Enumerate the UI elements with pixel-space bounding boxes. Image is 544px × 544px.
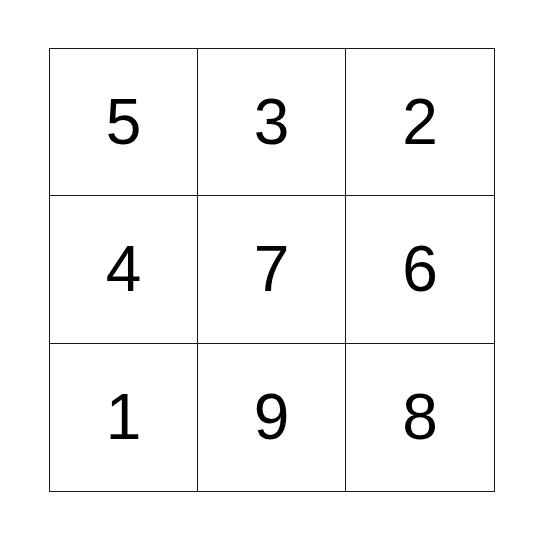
cell-r2c1[interactable]: 4 <box>50 196 198 343</box>
puzzle-page: 5 3 2 4 7 6 1 9 8 <box>0 0 544 544</box>
puzzle-board: 5 3 2 4 7 6 1 9 8 <box>49 48 495 492</box>
cell-r3c1[interactable]: 1 <box>50 344 198 491</box>
cell-r1c1[interactable]: 5 <box>50 49 198 196</box>
cell-r3c3[interactable]: 8 <box>346 344 494 491</box>
cell-r2c3[interactable]: 6 <box>346 196 494 343</box>
cell-r2c2[interactable]: 7 <box>198 196 346 343</box>
cell-r1c2[interactable]: 3 <box>198 49 346 196</box>
cell-r3c2[interactable]: 9 <box>198 344 346 491</box>
cell-r1c3[interactable]: 2 <box>346 49 494 196</box>
